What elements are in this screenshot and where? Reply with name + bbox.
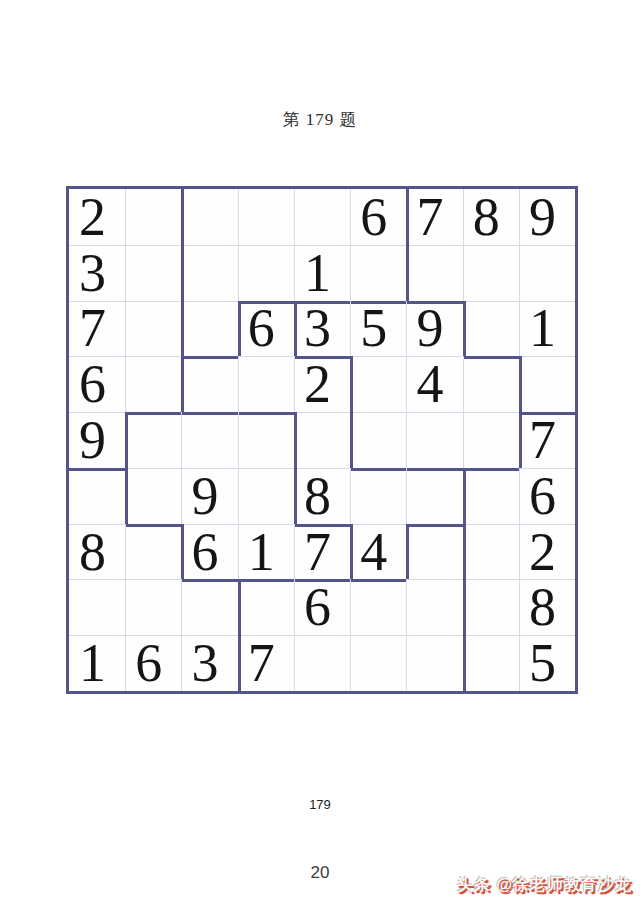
sudoku-cell-r2c9 <box>519 245 575 301</box>
sudoku-cell-r4c1: 6 <box>69 356 125 412</box>
sudoku-cell-r6c8 <box>463 468 519 524</box>
watermark-text: 头条 @徐老师教育沙龙 <box>457 875 632 896</box>
sudoku-cell-r2c6 <box>350 245 406 301</box>
sudoku-cell-r3c7: 9 <box>406 301 462 357</box>
sudoku-cell-r8c4 <box>238 579 294 635</box>
sudoku-cell-r1c2 <box>125 189 181 245</box>
sudoku-cell-r1c7: 7 <box>406 189 462 245</box>
sudoku-cell-r9c4: 7 <box>238 635 294 691</box>
sudoku-cell-r7c7 <box>406 524 462 580</box>
sudoku-cell-r2c7 <box>406 245 462 301</box>
sudoku-cell-r7c1: 8 <box>69 524 125 580</box>
sudoku-cell-r5c7 <box>406 412 462 468</box>
sudoku-cell-r8c9: 8 <box>519 579 575 635</box>
sudoku-cell-r1c6: 6 <box>350 189 406 245</box>
sudoku-cell-r4c8 <box>463 356 519 412</box>
sudoku-cell-r7c9: 2 <box>519 524 575 580</box>
sudoku-cell-r4c5: 2 <box>294 356 350 412</box>
sudoku-cell-r9c9: 5 <box>519 635 575 691</box>
sudoku-cell-r9c2: 6 <box>125 635 181 691</box>
sudoku-cell-r4c7: 4 <box>406 356 462 412</box>
sudoku-cell-r8c1 <box>69 579 125 635</box>
sudoku-cell-r1c1: 2 <box>69 189 125 245</box>
sudoku-cell-r1c3 <box>181 189 237 245</box>
sudoku-cell-r2c3 <box>181 245 237 301</box>
sudoku-cell-r3c2 <box>125 301 181 357</box>
sudoku-cell-r8c7 <box>406 579 462 635</box>
sudoku-cell-r5c2 <box>125 412 181 468</box>
sudoku-cell-r5c5 <box>294 412 350 468</box>
sudoku-cell-r5c6 <box>350 412 406 468</box>
sudoku-cell-r8c3 <box>181 579 237 635</box>
sudoku-cell-r9c5 <box>294 635 350 691</box>
sudoku-cell-r3c9: 1 <box>519 301 575 357</box>
sudoku-cell-r4c4 <box>238 356 294 412</box>
sudoku-cell-r9c7 <box>406 635 462 691</box>
sudoku-cell-r3c8 <box>463 301 519 357</box>
sudoku-cell-r4c6 <box>350 356 406 412</box>
puzzle-number: 179 <box>0 797 640 812</box>
sudoku-cell-r8c8 <box>463 579 519 635</box>
sudoku-cell-r6c4 <box>238 468 294 524</box>
sudoku-cell-r3c5: 3 <box>294 301 350 357</box>
sudoku-cell-r3c3 <box>181 301 237 357</box>
sudoku-cell-r4c2 <box>125 356 181 412</box>
sudoku-cell-r5c9: 7 <box>519 412 575 468</box>
sudoku-cell-r6c6 <box>350 468 406 524</box>
sudoku-cell-r7c5: 7 <box>294 524 350 580</box>
sudoku-cell-r8c6 <box>350 579 406 635</box>
sudoku-cell-r3c1: 7 <box>69 301 125 357</box>
sudoku-cell-r7c3: 6 <box>181 524 237 580</box>
sudoku-cell-r1c5 <box>294 189 350 245</box>
sudoku-cell-r7c6: 4 <box>350 524 406 580</box>
sudoku-cell-r4c3 <box>181 356 237 412</box>
page-title: 第 179 题 <box>0 108 640 131</box>
sudoku-cell-r6c2 <box>125 468 181 524</box>
sudoku-cell-r6c7 <box>406 468 462 524</box>
sudoku-cell-r1c8: 8 <box>463 189 519 245</box>
sudoku-cell-r7c2 <box>125 524 181 580</box>
sudoku-cell-r7c4: 1 <box>238 524 294 580</box>
sudoku-cell-r6c5: 8 <box>294 468 350 524</box>
sudoku-cell-r5c4 <box>238 412 294 468</box>
sudoku-cell-r6c9: 6 <box>519 468 575 524</box>
sudoku-cell-r1c4 <box>238 189 294 245</box>
sudoku-cell-r8c2 <box>125 579 181 635</box>
sudoku-cell-r9c6 <box>350 635 406 691</box>
sudoku-cell-r7c8 <box>463 524 519 580</box>
sudoku-cell-r5c8 <box>463 412 519 468</box>
sudoku-cell-r9c8 <box>463 635 519 691</box>
sudoku-cell-r2c4 <box>238 245 294 301</box>
sudoku-cell-r3c6: 5 <box>350 301 406 357</box>
sudoku-cell-r1c9: 9 <box>519 189 575 245</box>
sudoku-cell-r4c9 <box>519 356 575 412</box>
sudoku-cell-r9c3: 3 <box>181 635 237 691</box>
sudoku-cell-r9c1: 1 <box>69 635 125 691</box>
sudoku-cell-r8c5: 6 <box>294 579 350 635</box>
sudoku-cell-r5c1: 9 <box>69 412 125 468</box>
sudoku-cell-r5c3 <box>181 412 237 468</box>
sudoku-cell-r2c8 <box>463 245 519 301</box>
sudoku-cell-r2c5: 1 <box>294 245 350 301</box>
sudoku-board: 2678931763591624979868617426816375 <box>66 186 578 694</box>
sudoku-cell-r2c2 <box>125 245 181 301</box>
sudoku-cell-r6c1 <box>69 468 125 524</box>
sudoku-cell-r3c4: 6 <box>238 301 294 357</box>
sudoku-cell-r6c3: 9 <box>181 468 237 524</box>
sudoku-cell-r2c1: 3 <box>69 245 125 301</box>
